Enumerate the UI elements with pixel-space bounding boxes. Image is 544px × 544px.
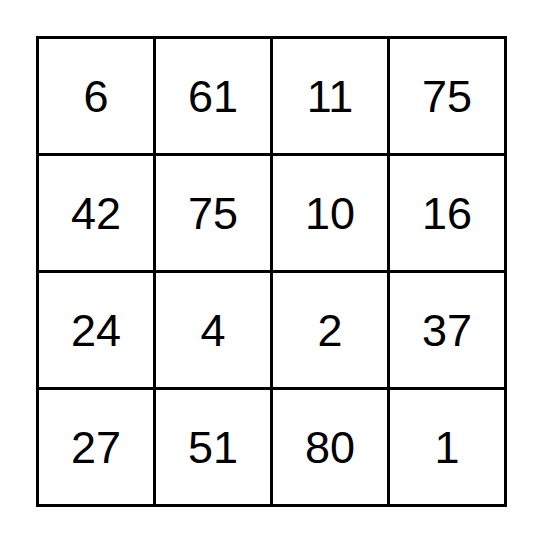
grid-cell-r4c3[interactable]: 80 — [273, 390, 387, 504]
grid-cell-r1c2[interactable]: 61 — [156, 39, 270, 153]
grid-cell-r2c1[interactable]: 42 — [39, 156, 153, 270]
grid-cell-r3c4[interactable]: 37 — [390, 273, 504, 387]
grid-cell-r1c4[interactable]: 75 — [390, 39, 504, 153]
grid-cell-r4c1[interactable]: 27 — [39, 390, 153, 504]
grid-cell-r3c1[interactable]: 24 — [39, 273, 153, 387]
grid-cell-r1c3[interactable]: 11 — [273, 39, 387, 153]
grid-cell-r4c2[interactable]: 51 — [156, 390, 270, 504]
grid-cell-r3c3[interactable]: 2 — [273, 273, 387, 387]
grid-cell-r4c4[interactable]: 1 — [390, 390, 504, 504]
page-background: 6611175427510162442372751801 — [0, 0, 544, 544]
grid-cell-r2c2[interactable]: 75 — [156, 156, 270, 270]
grid-cell-r2c3[interactable]: 10 — [273, 156, 387, 270]
grid-cell-r3c2[interactable]: 4 — [156, 273, 270, 387]
number-grid-board: 6611175427510162442372751801 — [36, 36, 507, 507]
grid-cell-r2c4[interactable]: 16 — [390, 156, 504, 270]
grid-cell-r1c1[interactable]: 6 — [39, 39, 153, 153]
